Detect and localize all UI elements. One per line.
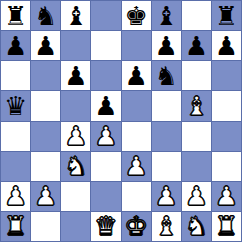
square-g8[interactable] xyxy=(182,1,211,30)
piece-white-pawn: ♟ xyxy=(94,123,117,149)
piece-black-rook: ♜ xyxy=(215,3,238,29)
square-d7[interactable] xyxy=(91,31,120,60)
piece-white-king: ♚ xyxy=(124,213,147,239)
square-a5[interactable]: ♛ xyxy=(1,91,30,120)
square-d5[interactable]: ♟ xyxy=(91,91,120,120)
square-d2[interactable] xyxy=(91,182,120,211)
piece-black-knight: ♞ xyxy=(155,63,178,89)
square-f3[interactable] xyxy=(152,152,181,181)
piece-black-pawn: ♟ xyxy=(4,33,27,59)
square-f6[interactable]: ♞ xyxy=(152,61,181,90)
square-a1[interactable]: ♜ xyxy=(1,212,30,241)
square-c6[interactable]: ♟ xyxy=(61,61,90,90)
square-b7[interactable]: ♟ xyxy=(31,31,60,60)
piece-black-pawn: ♟ xyxy=(94,93,117,119)
piece-black-pawn: ♟ xyxy=(64,63,87,89)
piece-black-bishop: ♝ xyxy=(155,3,178,29)
square-h6[interactable] xyxy=(212,61,241,90)
piece-black-queen: ♛ xyxy=(4,93,27,119)
piece-black-bishop: ♝ xyxy=(64,3,87,29)
square-h8[interactable]: ♜ xyxy=(212,1,241,30)
piece-white-pawn: ♟ xyxy=(34,183,57,209)
piece-white-rook: ♜ xyxy=(215,213,238,239)
piece-white-knight: ♞ xyxy=(64,153,87,179)
square-g2[interactable]: ♟ xyxy=(182,182,211,211)
piece-black-rook: ♜ xyxy=(4,3,27,29)
square-h5[interactable] xyxy=(212,91,241,120)
square-f4[interactable] xyxy=(152,122,181,151)
square-f8[interactable]: ♝ xyxy=(152,1,181,30)
square-f2[interactable]: ♟ xyxy=(152,182,181,211)
square-h2[interactable]: ♟ xyxy=(212,182,241,211)
square-f1[interactable]: ♝ xyxy=(152,212,181,241)
square-a3[interactable] xyxy=(1,152,30,181)
piece-white-pawn: ♟ xyxy=(185,183,208,209)
square-c4[interactable]: ♟ xyxy=(61,122,90,151)
piece-black-knight: ♞ xyxy=(34,3,57,29)
square-e2[interactable] xyxy=(122,182,151,211)
square-e1[interactable]: ♚ xyxy=(122,212,151,241)
square-e6[interactable]: ♟ xyxy=(122,61,151,90)
piece-black-pawn: ♟ xyxy=(124,63,147,89)
square-c3[interactable]: ♞ xyxy=(61,152,90,181)
square-g3[interactable] xyxy=(182,152,211,181)
square-c7[interactable] xyxy=(61,31,90,60)
piece-white-rook: ♜ xyxy=(4,213,27,239)
square-f5[interactable] xyxy=(152,91,181,120)
square-b8[interactable]: ♞ xyxy=(31,1,60,30)
piece-white-pawn: ♟ xyxy=(4,183,27,209)
square-b4[interactable] xyxy=(31,122,60,151)
piece-white-pawn: ♟ xyxy=(155,183,178,209)
square-d8[interactable] xyxy=(91,1,120,30)
square-a4[interactable] xyxy=(1,122,30,151)
square-b6[interactable] xyxy=(31,61,60,90)
square-h3[interactable] xyxy=(212,152,241,181)
square-d1[interactable]: ♛ xyxy=(91,212,120,241)
square-h4[interactable] xyxy=(212,122,241,151)
square-a2[interactable]: ♟ xyxy=(1,182,30,211)
square-e3[interactable]: ♟ xyxy=(122,152,151,181)
piece-white-pawn: ♟ xyxy=(215,183,238,209)
square-e5[interactable] xyxy=(122,91,151,120)
square-d4[interactable]: ♟ xyxy=(91,122,120,151)
piece-black-pawn: ♟ xyxy=(185,33,208,59)
square-g6[interactable] xyxy=(182,61,211,90)
square-c8[interactable]: ♝ xyxy=(61,1,90,30)
piece-white-queen: ♛ xyxy=(94,213,117,239)
square-g4[interactable] xyxy=(182,122,211,151)
square-c2[interactable] xyxy=(61,182,90,211)
square-e7[interactable] xyxy=(122,31,151,60)
square-c1[interactable] xyxy=(61,212,90,241)
square-g1[interactable]: ♞ xyxy=(182,212,211,241)
square-h1[interactable]: ♜ xyxy=(212,212,241,241)
square-a8[interactable]: ♜ xyxy=(1,1,30,30)
square-g7[interactable]: ♟ xyxy=(182,31,211,60)
square-h7[interactable]: ♟ xyxy=(212,31,241,60)
square-e8[interactable]: ♚ xyxy=(122,1,151,30)
piece-black-pawn: ♟ xyxy=(34,33,57,59)
piece-white-bishop: ♝ xyxy=(185,93,208,119)
square-b1[interactable] xyxy=(31,212,60,241)
square-b5[interactable] xyxy=(31,91,60,120)
piece-white-pawn: ♟ xyxy=(64,123,87,149)
square-a7[interactable]: ♟ xyxy=(1,31,30,60)
piece-white-pawn: ♟ xyxy=(124,153,147,179)
square-d3[interactable] xyxy=(91,152,120,181)
square-c5[interactable] xyxy=(61,91,90,120)
piece-black-pawn: ♟ xyxy=(155,33,178,59)
piece-black-pawn: ♟ xyxy=(215,33,238,59)
square-g5[interactable]: ♝ xyxy=(182,91,211,120)
square-b2[interactable]: ♟ xyxy=(31,182,60,211)
chess-board: ♜♞♝♚♝♜♟♟♟♟♟♟♟♞♛♟♝♟♟♞♟♟♟♟♟♟♜♛♚♝♞♜ xyxy=(0,0,242,242)
square-d6[interactable] xyxy=(91,61,120,90)
square-e4[interactable] xyxy=(122,122,151,151)
piece-black-king: ♚ xyxy=(124,3,147,29)
square-f7[interactable]: ♟ xyxy=(152,31,181,60)
piece-white-knight: ♞ xyxy=(185,213,208,239)
piece-white-bishop: ♝ xyxy=(155,213,178,239)
square-b3[interactable] xyxy=(31,152,60,181)
square-a6[interactable] xyxy=(1,61,30,90)
